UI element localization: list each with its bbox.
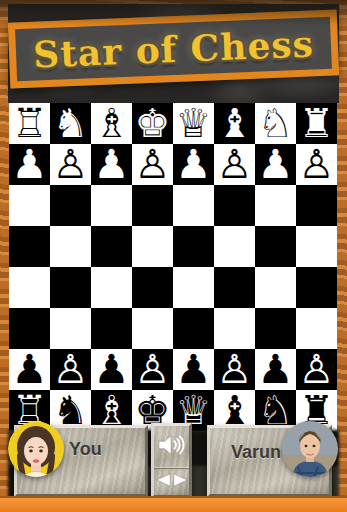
square[interactable] <box>50 308 91 349</box>
white-bishop-piece: ♝︎ <box>217 103 253 144</box>
square[interactable] <box>50 185 91 226</box>
square[interactable]: ♟︎ <box>255 349 296 390</box>
bottom-orange-bar <box>0 496 347 512</box>
square[interactable] <box>296 226 337 267</box>
square[interactable]: ♟︎ <box>9 349 50 390</box>
square[interactable] <box>296 185 337 226</box>
square[interactable]: ♟︎ <box>173 144 214 185</box>
chess-board: ♖︎♞︎♗︎♚︎♕︎♝︎♘︎♜︎♟︎♙︎♟︎♙︎♟︎♙︎♟︎♙︎♟︎♙︎♟︎♙︎… <box>9 103 337 431</box>
white-bishop-piece: ♗︎ <box>94 103 130 144</box>
woman-avatar[interactable] <box>8 421 64 477</box>
app-title: Star of Chess <box>32 22 314 75</box>
square[interactable]: ♖︎ <box>9 103 50 144</box>
square[interactable] <box>296 308 337 349</box>
black-pawn-piece: ♟︎ <box>176 349 212 390</box>
square[interactable]: ♚︎ <box>132 103 173 144</box>
star-of-chess-app: Star of Chess ♖︎♞︎♗︎♚︎♕︎♝︎♘︎♜︎♟︎♙︎♟︎♙︎♟︎… <box>0 0 347 512</box>
black-pawn-piece: ♟︎ <box>94 349 130 390</box>
square[interactable] <box>132 185 173 226</box>
square[interactable] <box>9 226 50 267</box>
square[interactable]: ♙︎ <box>214 144 255 185</box>
square[interactable] <box>214 226 255 267</box>
square[interactable]: ♟︎ <box>9 144 50 185</box>
square[interactable] <box>255 185 296 226</box>
white-pawn-piece: ♙︎ <box>299 144 335 185</box>
white-pawn-piece: ♟︎ <box>94 144 130 185</box>
square[interactable]: ♙︎ <box>296 144 337 185</box>
white-pawn-piece: ♟︎ <box>176 144 212 185</box>
white-pawn-piece: ♙︎ <box>135 144 171 185</box>
square[interactable]: ♟︎ <box>173 349 214 390</box>
square[interactable]: ♗︎ <box>91 103 132 144</box>
white-knight-piece: ♘︎ <box>258 103 294 144</box>
square[interactable]: ♙︎ <box>50 349 91 390</box>
square[interactable] <box>9 185 50 226</box>
square[interactable]: ♙︎ <box>296 349 337 390</box>
white-pawn-piece: ♙︎ <box>53 144 89 185</box>
white-queen-piece: ♕︎ <box>176 103 212 144</box>
black-pawn-piece: ♙︎ <box>135 349 171 390</box>
square[interactable] <box>132 226 173 267</box>
square[interactable] <box>50 226 91 267</box>
man-avatar[interactable] <box>282 421 338 477</box>
white-rook-piece: ♜︎ <box>299 103 335 144</box>
square[interactable]: ♟︎ <box>91 144 132 185</box>
left-right-arrows-icon <box>156 472 188 492</box>
square[interactable] <box>91 267 132 308</box>
square[interactable] <box>173 226 214 267</box>
square[interactable]: ♙︎ <box>132 144 173 185</box>
white-pawn-piece: ♟︎ <box>12 144 48 185</box>
square[interactable] <box>214 185 255 226</box>
black-pawn-piece: ♟︎ <box>12 349 48 390</box>
square[interactable]: ♙︎ <box>132 349 173 390</box>
square[interactable] <box>255 267 296 308</box>
square[interactable] <box>50 267 91 308</box>
square[interactable] <box>91 226 132 267</box>
square[interactable] <box>91 185 132 226</box>
square[interactable] <box>132 308 173 349</box>
square[interactable]: ♙︎ <box>214 349 255 390</box>
square[interactable] <box>9 308 50 349</box>
player-name-left: You <box>69 439 102 460</box>
square[interactable] <box>173 308 214 349</box>
player-name-right: Varun <box>231 442 281 463</box>
square[interactable] <box>255 308 296 349</box>
square[interactable]: ♟︎ <box>91 349 132 390</box>
white-pawn-piece: ♙︎ <box>217 144 253 185</box>
square[interactable] <box>173 267 214 308</box>
black-pawn-piece: ♙︎ <box>299 349 335 390</box>
square[interactable] <box>173 185 214 226</box>
square[interactable]: ♝︎ <box>214 103 255 144</box>
square[interactable]: ♙︎ <box>50 144 91 185</box>
title-banner: Star of Chess <box>8 9 339 88</box>
control-panel <box>151 423 192 498</box>
square[interactable] <box>214 267 255 308</box>
square[interactable]: ♟︎ <box>255 144 296 185</box>
sound-button[interactable] <box>154 426 189 469</box>
square[interactable]: ♞︎ <box>50 103 91 144</box>
square[interactable]: ♕︎ <box>173 103 214 144</box>
square[interactable] <box>214 308 255 349</box>
square[interactable] <box>255 226 296 267</box>
white-rook-piece: ♖︎ <box>12 103 48 144</box>
white-pawn-piece: ♟︎ <box>258 144 294 185</box>
square[interactable]: ♜︎ <box>296 103 337 144</box>
square[interactable] <box>132 267 173 308</box>
square[interactable] <box>9 267 50 308</box>
speaker-icon <box>157 433 187 461</box>
flip-board-button[interactable] <box>154 469 189 495</box>
square[interactable]: ♘︎ <box>255 103 296 144</box>
black-pawn-piece: ♙︎ <box>53 349 89 390</box>
square[interactable] <box>296 267 337 308</box>
white-knight-piece: ♞︎ <box>53 103 89 144</box>
square[interactable] <box>91 308 132 349</box>
black-pawn-piece: ♙︎ <box>217 349 253 390</box>
white-king-piece: ♚︎ <box>135 103 171 144</box>
black-pawn-piece: ♟︎ <box>258 349 294 390</box>
